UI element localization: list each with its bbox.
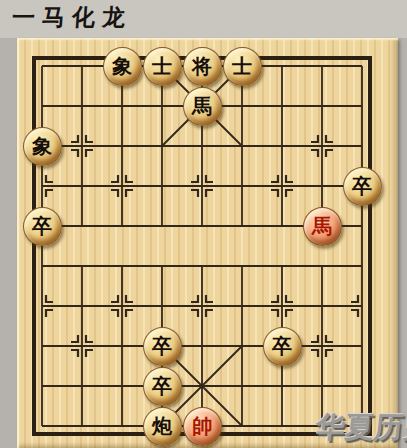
- piece-label: 将: [192, 56, 212, 76]
- watermark: 华夏历史: [314, 408, 407, 448]
- piece-black-general[interactable]: 将: [183, 47, 222, 86]
- piece-label: 卒: [352, 176, 372, 196]
- piece-label: 馬: [312, 216, 332, 236]
- piece-red-horse[interactable]: 馬: [303, 207, 342, 246]
- piece-grid: 象士将士馬象卒卒馬卒卒卒炮帥: [22, 46, 382, 446]
- piece-black-advisor[interactable]: 士: [143, 47, 182, 86]
- piece-label: 卒: [272, 336, 292, 356]
- piece-label: 卒: [152, 336, 172, 356]
- piece-black-soldier[interactable]: 卒: [143, 367, 182, 406]
- piece-black-elephant[interactable]: 象: [103, 47, 142, 86]
- piece-label: 士: [232, 56, 252, 76]
- piece-black-elephant[interactable]: 象: [23, 127, 62, 166]
- piece-black-soldier[interactable]: 卒: [343, 167, 382, 206]
- piece-label: 炮: [152, 416, 172, 436]
- piece-label: 士: [152, 56, 172, 76]
- piece-label: 象: [32, 136, 52, 156]
- piece-label: 馬: [192, 96, 212, 116]
- piece-label: 帥: [192, 416, 212, 436]
- piece-black-advisor[interactable]: 士: [223, 47, 262, 86]
- xiangqi-board: 象士将士馬象卒卒馬卒卒卒炮帥: [17, 38, 398, 448]
- piece-red-general[interactable]: 帥: [183, 407, 222, 446]
- piece-black-cannon[interactable]: 炮: [143, 407, 182, 446]
- piece-black-soldier[interactable]: 卒: [263, 327, 302, 366]
- piece-black-horse[interactable]: 馬: [183, 87, 222, 126]
- page-title: 一马化龙: [11, 2, 133, 33]
- piece-label: 卒: [152, 376, 172, 396]
- piece-black-soldier[interactable]: 卒: [143, 327, 182, 366]
- piece-label: 象: [112, 56, 132, 76]
- piece-label: 卒: [32, 216, 52, 236]
- piece-black-soldier[interactable]: 卒: [23, 207, 62, 246]
